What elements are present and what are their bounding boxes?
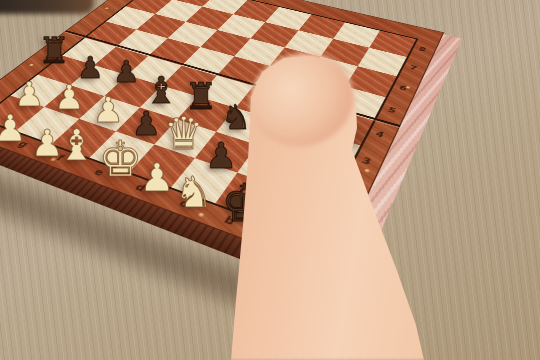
white-knight[interactable]: ♞ <box>175 171 214 214</box>
white-pawn[interactable]: ♟ <box>14 77 44 111</box>
white-pawn[interactable]: ♟ <box>0 110 27 147</box>
white-king[interactable]: ♚ <box>99 135 143 184</box>
white-pawn[interactable]: ♟ <box>93 93 124 128</box>
scene: hgfedcba87654321 ♜♟♟♝♜♞♟♟♚♟♟♟♛♟♟♝♚♟♞ <box>0 0 540 360</box>
black-rook[interactable]: ♜ <box>38 33 70 69</box>
white-pawn[interactable]: ♟ <box>140 158 175 197</box>
black-knight[interactable]: ♞ <box>221 100 251 134</box>
white-pawn[interactable]: ♟ <box>54 80 84 114</box>
black-pawn[interactable]: ♟ <box>113 57 140 87</box>
white-queen[interactable]: ♛ <box>164 111 204 156</box>
white-bishop[interactable]: ♝ <box>58 124 97 167</box>
